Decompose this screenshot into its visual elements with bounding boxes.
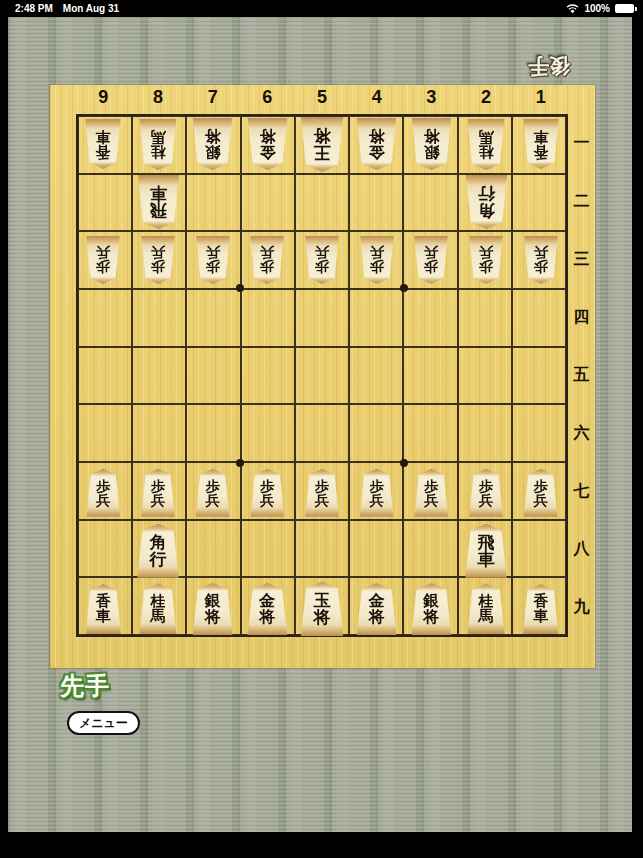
file-label: 4	[349, 87, 404, 108]
shogi-piece-gote-pawn[interactable]: 歩兵	[522, 236, 560, 284]
shogi-piece-sente-silver[interactable]: 銀将	[190, 583, 235, 635]
shogi-piece-sente-silver[interactable]: 銀将	[409, 583, 454, 635]
shogi-piece-gote-knight[interactable]: 桂馬	[465, 119, 507, 170]
shogi-piece-sente-knight[interactable]: 桂馬	[137, 583, 179, 634]
shogi-piece-gote-pawn[interactable]: 歩兵	[194, 236, 232, 284]
piece-layer: 香車桂馬銀将金将王将金将銀将桂馬香車飛車角行歩兵歩兵歩兵歩兵歩兵歩兵歩兵歩兵歩兵…	[76, 114, 568, 637]
shogi-piece-gote-silver[interactable]: 銀将	[409, 118, 454, 170]
shogi-piece-sente-rook[interactable]: 飛車	[463, 524, 510, 578]
shogi-piece-sente-pawn[interactable]: 歩兵	[358, 469, 396, 517]
status-bar: 2:48 PM Mon Aug 31 100%	[0, 0, 643, 17]
sente-player-label: 先手	[60, 670, 110, 702]
shogi-piece-sente-pawn[interactable]: 歩兵	[412, 469, 450, 517]
shogi-piece-sente-pawn[interactable]: 歩兵	[194, 469, 232, 517]
shogi-piece-sente-lance[interactable]: 香車	[83, 584, 123, 634]
shogi-piece-gote-pawn[interactable]: 歩兵	[467, 236, 505, 284]
shogi-piece-sente-gold[interactable]: 金将	[245, 583, 290, 635]
shogi-piece-gote-pawn[interactable]: 歩兵	[139, 236, 177, 284]
shogi-piece-sente-knight[interactable]: 桂馬	[465, 583, 507, 634]
rank-label: 二	[568, 172, 595, 230]
rank-label: 六	[568, 405, 595, 463]
file-label: 1	[513, 87, 568, 108]
file-label: 8	[131, 87, 186, 108]
shogi-piece-sente-pawn[interactable]: 歩兵	[522, 469, 560, 517]
battery-percent-label: 100%	[584, 3, 610, 14]
shogi-piece-gote-king[interactable]: 王将	[298, 117, 346, 172]
shogi-piece-gote-gold[interactable]: 金将	[245, 118, 290, 170]
clock-label: 2:48 PM	[15, 3, 53, 14]
shogi-board[interactable]: 987654321 一二三四五六七八九 香車桂馬銀将金将王将金将銀将桂馬香車飛車…	[50, 85, 595, 668]
shogi-piece-gote-bishop[interactable]: 角行	[463, 175, 510, 229]
file-label: 2	[459, 87, 514, 108]
shogi-piece-sente-pawn[interactable]: 歩兵	[84, 469, 122, 517]
file-label: 6	[240, 87, 295, 108]
shogi-piece-gote-lance[interactable]: 香車	[521, 119, 561, 169]
shogi-piece-sente-king[interactable]: 玉将	[298, 581, 346, 636]
shogi-piece-gote-pawn[interactable]: 歩兵	[248, 236, 286, 284]
shogi-piece-gote-gold[interactable]: 金将	[354, 118, 399, 170]
wifi-icon	[566, 4, 579, 14]
gote-player-label: 後手	[514, 52, 584, 80]
shogi-piece-gote-pawn[interactable]: 歩兵	[303, 236, 341, 284]
rank-label: 七	[568, 463, 595, 521]
star-point	[236, 284, 244, 292]
shogi-piece-sente-lance[interactable]: 香車	[521, 584, 561, 634]
star-point	[236, 459, 244, 467]
shogi-piece-sente-pawn[interactable]: 歩兵	[303, 469, 341, 517]
shogi-piece-gote-lance[interactable]: 香車	[83, 119, 123, 169]
file-label: 9	[76, 87, 131, 108]
file-label: 7	[185, 87, 240, 108]
shogi-piece-sente-pawn[interactable]: 歩兵	[139, 469, 177, 517]
menu-button[interactable]: メニュー	[67, 711, 140, 735]
rank-label: 八	[568, 521, 595, 579]
rank-label: 三	[568, 230, 595, 288]
rank-label: 四	[568, 288, 595, 346]
star-point	[400, 459, 408, 467]
shogi-piece-gote-pawn[interactable]: 歩兵	[412, 236, 450, 284]
rank-label: 九	[568, 579, 595, 637]
shogi-piece-gote-rook[interactable]: 飛車	[135, 175, 182, 229]
file-label: 5	[295, 87, 350, 108]
date-label: Mon Aug 31	[63, 3, 119, 14]
shogi-piece-sente-bishop[interactable]: 角行	[135, 524, 182, 578]
shogi-piece-gote-pawn[interactable]: 歩兵	[84, 236, 122, 284]
shogi-piece-sente-pawn[interactable]: 歩兵	[248, 469, 286, 517]
rank-label: 一	[568, 114, 595, 172]
file-coordinates: 987654321	[76, 87, 568, 113]
shogi-piece-gote-silver[interactable]: 銀将	[190, 118, 235, 170]
shogi-piece-gote-pawn[interactable]: 歩兵	[358, 236, 396, 284]
shogi-piece-gote-knight[interactable]: 桂馬	[137, 119, 179, 170]
rank-coordinates: 一二三四五六七八九	[568, 114, 595, 637]
shogi-piece-sente-pawn[interactable]: 歩兵	[467, 469, 505, 517]
star-point	[400, 284, 408, 292]
shogi-piece-sente-gold[interactable]: 金将	[354, 583, 399, 635]
file-label: 3	[404, 87, 459, 108]
rank-label: 五	[568, 346, 595, 404]
battery-icon	[615, 4, 637, 13]
